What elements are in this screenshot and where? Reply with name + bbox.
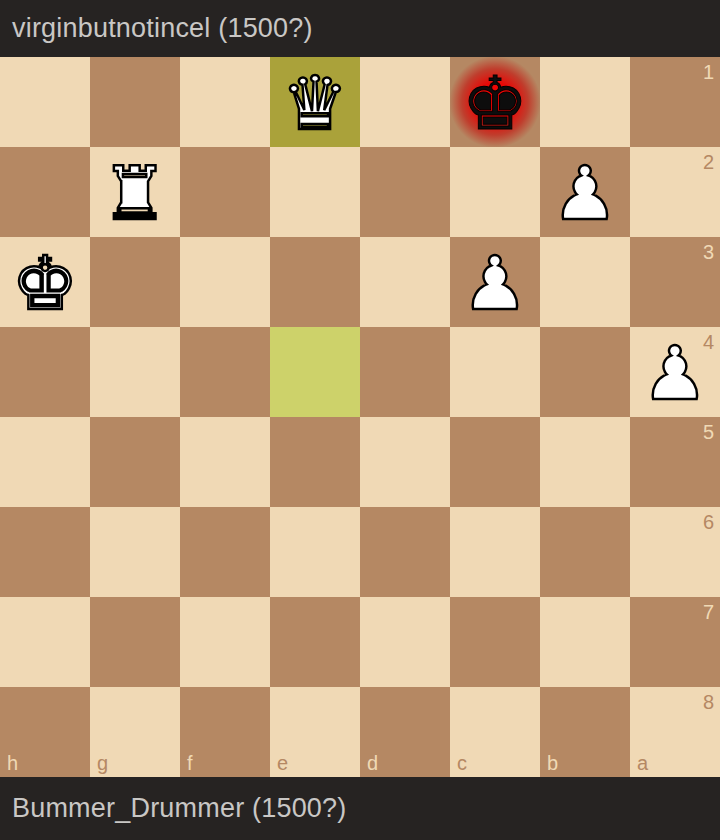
square-h7[interactable] <box>0 597 90 687</box>
player-name-bottom: Bummer_Drummer (1500?) <box>12 793 347 824</box>
square-a3[interactable]: 3 <box>630 237 720 327</box>
file-label-b: b <box>547 753 558 773</box>
square-g5[interactable] <box>90 417 180 507</box>
rank-label-1: 1 <box>703 62 714 82</box>
square-c6[interactable] <box>450 507 540 597</box>
square-g4[interactable] <box>90 327 180 417</box>
rank-label-8: 8 <box>703 692 714 712</box>
square-e8[interactable]: e <box>270 687 360 777</box>
file-label-h: h <box>7 753 18 773</box>
square-f7[interactable] <box>180 597 270 687</box>
square-e1[interactable]: ♛ <box>270 57 360 147</box>
square-e5[interactable] <box>270 417 360 507</box>
rank-label-3: 3 <box>703 242 714 262</box>
square-c4[interactable] <box>450 327 540 417</box>
square-c5[interactable] <box>450 417 540 507</box>
square-g1[interactable] <box>90 57 180 147</box>
square-f1[interactable] <box>180 57 270 147</box>
square-g7[interactable] <box>90 597 180 687</box>
game-screen: virginbutnotincel (1500?) ♛♚1♜♟2♚♟3♟4567… <box>0 0 720 840</box>
rank-label-6: 6 <box>703 512 714 532</box>
square-b6[interactable] <box>540 507 630 597</box>
file-label-g: g <box>97 753 108 773</box>
white-pawn[interactable]: ♟ <box>450 237 540 327</box>
square-f8[interactable]: f <box>180 687 270 777</box>
square-d2[interactable] <box>360 147 450 237</box>
square-d4[interactable] <box>360 327 450 417</box>
player-bar-top: virginbutnotincel (1500?) <box>0 0 720 57</box>
square-a8[interactable]: 8a <box>630 687 720 777</box>
square-h2[interactable] <box>0 147 90 237</box>
square-a4[interactable]: ♟4 <box>630 327 720 417</box>
square-e7[interactable] <box>270 597 360 687</box>
white-pawn[interactable]: ♟ <box>540 147 630 237</box>
square-f5[interactable] <box>180 417 270 507</box>
file-label-f: f <box>187 753 193 773</box>
square-g3[interactable] <box>90 237 180 327</box>
square-c3[interactable]: ♟ <box>450 237 540 327</box>
square-b4[interactable] <box>540 327 630 417</box>
square-e3[interactable] <box>270 237 360 327</box>
square-b8[interactable]: b <box>540 687 630 777</box>
white-king[interactable]: ♚ <box>0 237 90 327</box>
square-g6[interactable] <box>90 507 180 597</box>
square-f3[interactable] <box>180 237 270 327</box>
square-d7[interactable] <box>360 597 450 687</box>
file-label-e: e <box>277 753 288 773</box>
square-a2[interactable]: 2 <box>630 147 720 237</box>
square-c1[interactable]: ♚ <box>450 57 540 147</box>
square-a7[interactable]: 7 <box>630 597 720 687</box>
rank-label-5: 5 <box>703 422 714 442</box>
square-c8[interactable]: c <box>450 687 540 777</box>
chess-board[interactable]: ♛♚1♜♟2♚♟3♟4567hgfedcb8a <box>0 57 720 777</box>
square-b5[interactable] <box>540 417 630 507</box>
player-name-top: virginbutnotincel (1500?) <box>12 13 313 44</box>
square-f2[interactable] <box>180 147 270 237</box>
square-c7[interactable] <box>450 597 540 687</box>
square-e6[interactable] <box>270 507 360 597</box>
player-bar-bottom: Bummer_Drummer (1500?) <box>0 777 720 840</box>
square-h8[interactable]: h <box>0 687 90 777</box>
square-b1[interactable] <box>540 57 630 147</box>
black-king[interactable]: ♚ <box>450 57 540 147</box>
square-a1[interactable]: 1 <box>630 57 720 147</box>
white-queen[interactable]: ♛ <box>270 57 360 147</box>
square-d8[interactable]: d <box>360 687 450 777</box>
white-rook[interactable]: ♜ <box>90 147 180 237</box>
file-label-a: a <box>637 753 648 773</box>
square-d3[interactable] <box>360 237 450 327</box>
square-h6[interactable] <box>0 507 90 597</box>
file-label-d: d <box>367 753 378 773</box>
square-h4[interactable] <box>0 327 90 417</box>
square-f6[interactable] <box>180 507 270 597</box>
square-h5[interactable] <box>0 417 90 507</box>
square-c2[interactable] <box>450 147 540 237</box>
square-d1[interactable] <box>360 57 450 147</box>
square-g8[interactable]: g <box>90 687 180 777</box>
square-a5[interactable]: 5 <box>630 417 720 507</box>
square-d6[interactable] <box>360 507 450 597</box>
square-b2[interactable]: ♟ <box>540 147 630 237</box>
square-a6[interactable]: 6 <box>630 507 720 597</box>
square-b3[interactable] <box>540 237 630 327</box>
square-e2[interactable] <box>270 147 360 237</box>
rank-label-2: 2 <box>703 152 714 172</box>
rank-label-4: 4 <box>703 332 714 352</box>
file-label-c: c <box>457 753 467 773</box>
square-f4[interactable] <box>180 327 270 417</box>
square-h1[interactable] <box>0 57 90 147</box>
square-d5[interactable] <box>360 417 450 507</box>
square-b7[interactable] <box>540 597 630 687</box>
square-h3[interactable]: ♚ <box>0 237 90 327</box>
square-e4[interactable] <box>270 327 360 417</box>
square-g2[interactable]: ♜ <box>90 147 180 237</box>
rank-label-7: 7 <box>703 602 714 622</box>
